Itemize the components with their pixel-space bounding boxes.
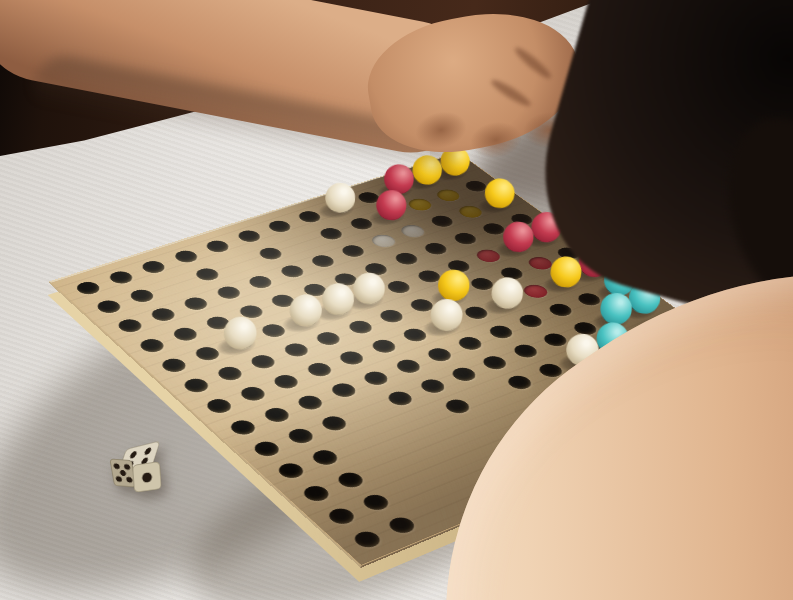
board-hole <box>106 269 136 285</box>
board-hole <box>421 241 450 256</box>
board-hole <box>214 365 246 383</box>
board-hole <box>318 414 350 433</box>
board-hole <box>328 381 360 399</box>
board-hole <box>309 448 342 468</box>
board-hole <box>317 226 346 241</box>
board-hole <box>308 253 338 269</box>
board-hole <box>385 389 417 407</box>
board-hole <box>294 393 326 411</box>
scene <box>0 0 793 600</box>
wooden-die <box>110 444 170 500</box>
board-hole <box>274 461 307 481</box>
board-hole <box>261 405 293 424</box>
board-hole <box>114 317 145 334</box>
die-front-face-1 <box>132 461 162 493</box>
board-hole <box>455 335 486 352</box>
board-hole <box>324 506 358 527</box>
board-hole <box>226 418 259 437</box>
board-hole <box>448 366 479 384</box>
board-hole <box>424 346 455 363</box>
board-hole <box>127 288 157 305</box>
board-hole <box>350 529 384 550</box>
board-hole <box>180 377 212 395</box>
board-hole <box>136 337 167 355</box>
board-hole <box>203 238 232 254</box>
board-hole <box>368 338 399 355</box>
board-hole <box>376 308 406 325</box>
board-hole <box>248 353 279 371</box>
board-hole <box>148 306 179 323</box>
board-hole <box>170 325 201 342</box>
board-hole <box>271 373 303 391</box>
board-hole <box>510 343 541 360</box>
board-hole <box>158 356 190 374</box>
board-hole <box>313 330 344 347</box>
board-hole <box>171 249 201 265</box>
board-hole <box>285 426 318 445</box>
board-hole <box>265 219 294 234</box>
board-hole <box>246 274 276 290</box>
board-hole <box>485 324 516 341</box>
board-hole <box>334 470 367 490</box>
board-hole <box>428 214 457 229</box>
board-hole <box>336 349 367 367</box>
board-hole <box>256 246 285 262</box>
board-hole <box>391 251 420 267</box>
board-hole <box>385 515 419 536</box>
board-hole <box>237 385 269 403</box>
board-hole <box>442 398 474 416</box>
board-hole <box>93 298 124 315</box>
board-hole <box>234 229 263 244</box>
board-hole <box>299 483 333 503</box>
board-hole <box>277 264 307 280</box>
painted-hole-yellow <box>433 188 464 204</box>
board-hole <box>479 354 510 371</box>
board-hole <box>515 313 545 330</box>
board-hole <box>214 285 244 301</box>
board-hole <box>345 319 376 336</box>
board-hole <box>139 259 169 275</box>
board-hole <box>417 377 449 395</box>
board-hole <box>339 243 368 258</box>
board-hole <box>258 322 289 339</box>
board-hole <box>250 439 283 458</box>
board-hole <box>281 341 312 358</box>
board-hole <box>359 492 393 513</box>
board-hole <box>545 302 575 318</box>
board-hole <box>360 369 392 387</box>
board-hole <box>203 397 235 416</box>
board-hole <box>181 295 211 312</box>
board-hole <box>73 280 103 296</box>
board-hole <box>461 305 491 322</box>
board-hole <box>450 231 479 246</box>
board-hole <box>304 361 335 379</box>
painted-hole-white <box>397 223 429 239</box>
painted-hole-yellow <box>404 197 435 213</box>
board-hole <box>384 279 414 295</box>
painted-hole-white <box>368 233 400 250</box>
board-hole <box>192 266 222 282</box>
board-hole <box>392 357 423 375</box>
board-hole <box>505 374 536 392</box>
